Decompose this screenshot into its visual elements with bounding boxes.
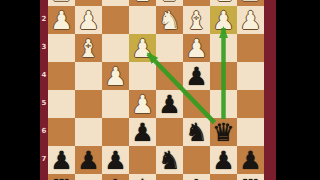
rank-label-5: 5 (40, 99, 48, 107)
square-g2[interactable]: ♟ (75, 6, 102, 34)
square-h8[interactable]: ♜ (48, 174, 75, 180)
black-pawn: ♟ (48, 146, 75, 174)
square-g4[interactable] (75, 62, 102, 90)
square-c8[interactable]: ♝ (183, 174, 210, 180)
square-e5[interactable]: ♟ (129, 90, 156, 118)
square-f4[interactable]: ♟ (102, 62, 129, 90)
black-bishop: ♝ (183, 174, 210, 180)
square-f7[interactable]: ♟ (102, 146, 129, 174)
white-bishop: ♝ (75, 34, 102, 62)
square-b7[interactable]: ♟ (210, 146, 237, 174)
square-e3[interactable]: ♟ (129, 34, 156, 62)
black-pawn: ♟ (129, 118, 156, 146)
square-a6[interactable] (237, 118, 264, 146)
letterbox-right (276, 0, 320, 180)
black-rook: ♜ (48, 174, 75, 180)
square-h4[interactable] (48, 62, 75, 90)
square-a4[interactable] (237, 62, 264, 90)
black-pawn: ♟ (75, 146, 102, 174)
black-pawn: ♟ (102, 146, 129, 174)
square-g3[interactable]: ♝ (75, 34, 102, 62)
white-pawn: ♟ (183, 34, 210, 62)
square-d8[interactable] (156, 174, 183, 180)
letterbox-left (0, 0, 40, 180)
white-pawn: ♟ (129, 34, 156, 62)
square-c2[interactable]: ♝ (183, 6, 210, 34)
square-b4[interactable] (210, 62, 237, 90)
square-f8[interactable]: ♝ (102, 174, 129, 180)
square-d2[interactable]: ♞ (156, 6, 183, 34)
white-pawn: ♟ (48, 6, 75, 34)
white-knight: ♞ (156, 6, 183, 34)
square-e2[interactable] (129, 6, 156, 34)
square-c3[interactable]: ♟ (183, 34, 210, 62)
square-e4[interactable] (129, 62, 156, 90)
square-f2[interactable] (102, 6, 129, 34)
square-h2[interactable]: ♟ (48, 6, 75, 34)
square-d4[interactable] (156, 62, 183, 90)
square-b2[interactable]: ♟ (210, 6, 237, 34)
white-pawn: ♟ (102, 62, 129, 90)
square-d6[interactable] (156, 118, 183, 146)
square-f3[interactable] (102, 34, 129, 62)
square-f5[interactable] (102, 90, 129, 118)
white-pawn: ♟ (75, 6, 102, 34)
square-e7[interactable] (129, 146, 156, 174)
rank-label-3: 3 (40, 43, 48, 51)
square-h5[interactable] (48, 90, 75, 118)
black-rook: ♜ (237, 174, 264, 180)
black-pawn: ♟ (156, 90, 183, 118)
square-g7[interactable]: ♟ (75, 146, 102, 174)
square-d7[interactable]: ♞ (156, 146, 183, 174)
rank-label-7: 7 (40, 155, 48, 163)
square-e8[interactable]: ♚ (129, 174, 156, 180)
square-f6[interactable] (102, 118, 129, 146)
square-g8[interactable] (75, 174, 102, 180)
black-bishop: ♝ (102, 174, 129, 180)
square-g5[interactable] (75, 90, 102, 118)
black-king: ♚ (129, 174, 156, 180)
rank-label-6: 6 (40, 127, 48, 135)
chess-board[interactable]: ♜♚♛♞♜♟♟♞♝♟♟♝♟♟♟♟♟♟♟♞♛♟♟♟♞♟♟♜♝♚♝♜ (48, 0, 264, 180)
square-h7[interactable]: ♟ (48, 146, 75, 174)
square-d5[interactable]: ♟ (156, 90, 183, 118)
square-e6[interactable]: ♟ (129, 118, 156, 146)
square-a5[interactable] (237, 90, 264, 118)
square-b6[interactable]: ♛ (210, 118, 237, 146)
black-queen: ♛ (210, 118, 237, 146)
square-c6[interactable]: ♞ (183, 118, 210, 146)
rank-label-4: 4 (40, 71, 48, 79)
black-pawn: ♟ (237, 146, 264, 174)
square-h3[interactable] (48, 34, 75, 62)
square-c4[interactable]: ♟ (183, 62, 210, 90)
black-knight: ♞ (156, 146, 183, 174)
black-pawn: ♟ (183, 62, 210, 90)
white-pawn: ♟ (237, 6, 264, 34)
square-a3[interactable] (237, 34, 264, 62)
square-d3[interactable] (156, 34, 183, 62)
square-h6[interactable] (48, 118, 75, 146)
black-knight: ♞ (183, 118, 210, 146)
square-g6[interactable] (75, 118, 102, 146)
square-c5[interactable] (183, 90, 210, 118)
board-frame: 234567 ♜♚♛♞♜♟♟♞♝♟♟♝♟♟♟♟♟♟♟♞♛♟♟♟♞♟♟♜♝♚♝♜ (40, 0, 276, 180)
white-bishop: ♝ (183, 6, 210, 34)
square-a2[interactable]: ♟ (237, 6, 264, 34)
square-a7[interactable]: ♟ (237, 146, 264, 174)
white-pawn: ♟ (210, 6, 237, 34)
square-b5[interactable] (210, 90, 237, 118)
square-c7[interactable] (183, 146, 210, 174)
square-a8[interactable]: ♜ (237, 174, 264, 180)
square-b3[interactable] (210, 34, 237, 62)
rank-label-2: 2 (40, 15, 48, 23)
rank-labels: 234567 (40, 0, 48, 180)
square-b8[interactable] (210, 174, 237, 180)
white-pawn: ♟ (129, 90, 156, 118)
black-pawn: ♟ (210, 146, 237, 174)
video-frame: 234567 ♜♚♛♞♜♟♟♞♝♟♟♝♟♟♟♟♟♟♟♞♛♟♟♟♞♟♟♜♝♚♝♜ (0, 0, 320, 180)
